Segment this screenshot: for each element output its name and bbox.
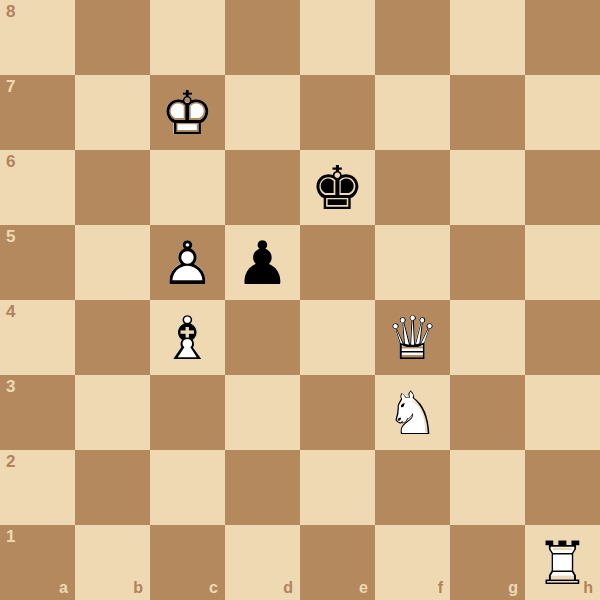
square-h1[interactable]: h♖ [525, 525, 600, 600]
square-g8[interactable] [450, 0, 525, 75]
square-d7[interactable] [225, 75, 300, 150]
square-b4[interactable] [75, 300, 150, 375]
file-label-a: a [59, 580, 68, 596]
rank-label-3: 3 [6, 378, 15, 395]
square-c6[interactable] [150, 150, 225, 225]
chess-board: 87♔6♚5♙♟4♗♕3♘21abcdefgh♖ [0, 0, 600, 600]
square-e1[interactable]: e [300, 525, 375, 600]
piece-white-queen-f4[interactable]: ♕ [375, 300, 450, 375]
piece-white-knight-f3[interactable]: ♘ [375, 375, 450, 450]
piece-white-bishop-c4[interactable]: ♗ [150, 300, 225, 375]
square-c4[interactable]: ♗ [150, 300, 225, 375]
square-b8[interactable] [75, 0, 150, 75]
square-a6[interactable]: 6 [0, 150, 75, 225]
rank-label-2: 2 [6, 453, 15, 470]
square-b7[interactable] [75, 75, 150, 150]
square-e8[interactable] [300, 0, 375, 75]
square-b5[interactable] [75, 225, 150, 300]
rank-label-4: 4 [6, 303, 15, 320]
rank-label-5: 5 [6, 228, 15, 245]
square-f3[interactable]: ♘ [375, 375, 450, 450]
square-b3[interactable] [75, 375, 150, 450]
square-a4[interactable]: 4 [0, 300, 75, 375]
square-g1[interactable]: g [450, 525, 525, 600]
square-a3[interactable]: 3 [0, 375, 75, 450]
square-d4[interactable] [225, 300, 300, 375]
square-h8[interactable] [525, 0, 600, 75]
square-b2[interactable] [75, 450, 150, 525]
square-a2[interactable]: 2 [0, 450, 75, 525]
square-f8[interactable] [375, 0, 450, 75]
square-f4[interactable]: ♕ [375, 300, 450, 375]
square-h5[interactable] [525, 225, 600, 300]
square-g3[interactable] [450, 375, 525, 450]
rank-label-8: 8 [6, 3, 15, 20]
square-g4[interactable] [450, 300, 525, 375]
square-d1[interactable]: d [225, 525, 300, 600]
square-d3[interactable] [225, 375, 300, 450]
file-label-d: d [283, 580, 293, 596]
square-f2[interactable] [375, 450, 450, 525]
square-g5[interactable] [450, 225, 525, 300]
square-b1[interactable]: b [75, 525, 150, 600]
square-c3[interactable] [150, 375, 225, 450]
square-e6[interactable]: ♚ [300, 150, 375, 225]
square-h4[interactable] [525, 300, 600, 375]
rank-label-6: 6 [6, 153, 15, 170]
square-d6[interactable] [225, 150, 300, 225]
square-f6[interactable] [375, 150, 450, 225]
square-h2[interactable] [525, 450, 600, 525]
square-h6[interactable] [525, 150, 600, 225]
square-a1[interactable]: 1a [0, 525, 75, 600]
piece-white-pawn-c5[interactable]: ♙ [150, 225, 225, 300]
square-c2[interactable] [150, 450, 225, 525]
square-g7[interactable] [450, 75, 525, 150]
square-b6[interactable] [75, 150, 150, 225]
square-g6[interactable] [450, 150, 525, 225]
square-f7[interactable] [375, 75, 450, 150]
square-a8[interactable]: 8 [0, 0, 75, 75]
file-label-c: c [209, 580, 218, 596]
piece-black-pawn-d5[interactable]: ♟ [225, 225, 300, 300]
square-g2[interactable] [450, 450, 525, 525]
square-f5[interactable] [375, 225, 450, 300]
square-d2[interactable] [225, 450, 300, 525]
file-label-f: f [438, 580, 443, 596]
square-c8[interactable] [150, 0, 225, 75]
square-h7[interactable] [525, 75, 600, 150]
square-a5[interactable]: 5 [0, 225, 75, 300]
square-c1[interactable]: c [150, 525, 225, 600]
piece-white-rook-h1[interactable]: ♖ [525, 525, 600, 600]
rank-label-7: 7 [6, 78, 15, 95]
square-f1[interactable]: f [375, 525, 450, 600]
piece-black-king-e6[interactable]: ♚ [300, 150, 375, 225]
square-c7[interactable]: ♔ [150, 75, 225, 150]
square-e7[interactable] [300, 75, 375, 150]
square-d5[interactable]: ♟ [225, 225, 300, 300]
square-e2[interactable] [300, 450, 375, 525]
file-label-g: g [508, 580, 518, 596]
square-h3[interactable] [525, 375, 600, 450]
square-d8[interactable] [225, 0, 300, 75]
square-c5[interactable]: ♙ [150, 225, 225, 300]
file-label-e: e [359, 580, 368, 596]
square-e4[interactable] [300, 300, 375, 375]
piece-white-king-c7[interactable]: ♔ [150, 75, 225, 150]
square-e3[interactable] [300, 375, 375, 450]
file-label-b: b [133, 580, 143, 596]
square-e5[interactable] [300, 225, 375, 300]
rank-label-1: 1 [6, 528, 15, 545]
square-a7[interactable]: 7 [0, 75, 75, 150]
